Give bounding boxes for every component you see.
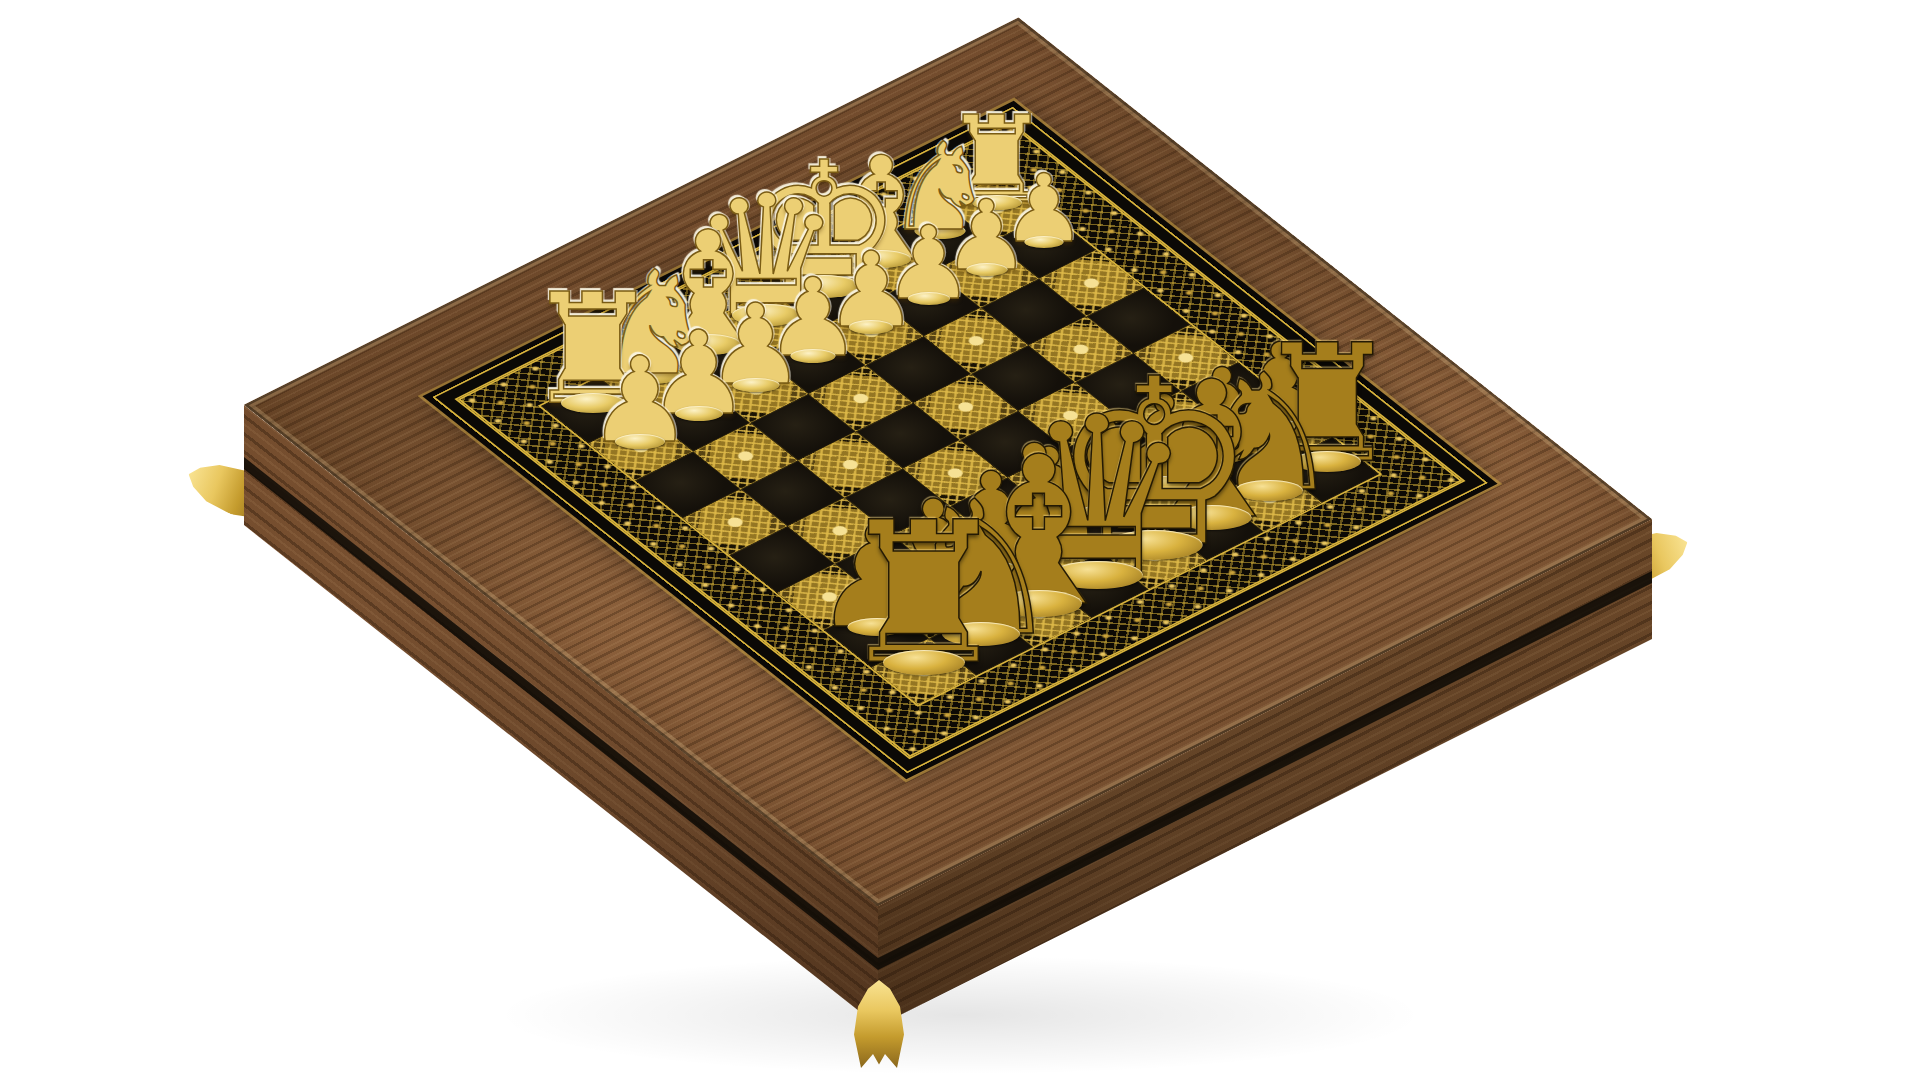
pawn-glyph: ♟ [581, 353, 699, 447]
piece-white-pawn-a2[interactable]: ♟ [581, 353, 699, 447]
rook-glyph: ♜ [826, 516, 1021, 672]
gilded-piece-base [615, 434, 665, 449]
gilded-piece-base [883, 650, 965, 675]
chess-set-photo: ♜♞♟♝♟♚♟♛♟♝♟♞♟♜♟♟♟♟♜♟♞♟♝♟♚♟♛♟♝♟♞♜ [0, 0, 1920, 1080]
piece-black-rook-a8[interactable]: ♜ [826, 516, 1021, 672]
